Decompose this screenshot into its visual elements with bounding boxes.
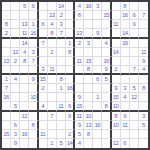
empty-cell-r11c16[interactable] <box>139 93 148 102</box>
given-cell-r10c5[interactable]: 2 <box>39 84 48 93</box>
empty-cell-r2c11[interactable] <box>93 11 102 20</box>
given-cell-r13c6[interactable]: 7 <box>48 112 57 121</box>
empty-cell-r16c11[interactable] <box>93 139 102 148</box>
empty-cell-r8c14[interactable] <box>121 66 130 75</box>
empty-cell-r9c3[interactable] <box>20 75 29 84</box>
empty-cell-r13c4[interactable] <box>29 112 38 121</box>
given-cell-r9c11[interactable]: 6 <box>93 75 102 84</box>
empty-cell-r7c6[interactable] <box>48 57 57 66</box>
given-cell-r4c14[interactable]: 14 <box>121 29 130 38</box>
empty-cell-r4c5[interactable] <box>39 29 48 38</box>
empty-cell-r12c10[interactable] <box>84 102 93 111</box>
empty-cell-r13c1[interactable] <box>2 112 11 121</box>
given-cell-r14c14[interactable]: 11 <box>121 121 130 130</box>
given-cell-r13c10[interactable]: 10 <box>84 112 93 121</box>
empty-cell-r9c14[interactable] <box>121 75 130 84</box>
empty-cell-r16c3[interactable] <box>20 139 29 148</box>
given-cell-r6c6[interactable]: 2 <box>48 48 57 57</box>
given-cell-r2c9[interactable]: 8 <box>75 11 84 20</box>
empty-cell-r4c10[interactable] <box>84 29 93 38</box>
empty-cell-r15c14[interactable] <box>121 130 130 139</box>
empty-cell-r13c15[interactable] <box>130 112 139 121</box>
given-cell-r2c7[interactable]: 2 <box>57 11 66 20</box>
empty-cell-r13c12[interactable] <box>102 112 111 121</box>
given-cell-r8c16[interactable]: 4 <box>139 66 148 75</box>
given-cell-r9c2[interactable]: 4 <box>11 75 20 84</box>
given-cell-r1c11[interactable]: 3 <box>93 2 102 11</box>
given-cell-r16c9[interactable]: 4 <box>75 139 84 148</box>
empty-cell-r1c5[interactable] <box>39 2 48 11</box>
given-cell-r2c15[interactable]: 6 <box>130 11 139 20</box>
empty-cell-r2c4[interactable] <box>29 11 38 20</box>
empty-cell-r12c4[interactable] <box>29 102 38 111</box>
empty-cell-r11c6[interactable] <box>48 93 57 102</box>
given-cell-r5c8[interactable]: 1 <box>66 39 75 48</box>
empty-cell-r14c12[interactable] <box>102 121 111 130</box>
given-cell-r5c12[interactable]: 4 <box>102 39 111 48</box>
given-cell-r4c3[interactable]: 11 <box>20 29 29 38</box>
given-cell-r15c10[interactable]: 8 <box>84 130 93 139</box>
empty-cell-r9c8[interactable] <box>66 75 75 84</box>
empty-cell-r7c14[interactable] <box>121 57 130 66</box>
empty-cell-r3c8[interactable] <box>66 20 75 29</box>
empty-cell-r9c16[interactable] <box>139 75 148 84</box>
given-cell-r7c12[interactable]: 16 <box>102 57 111 66</box>
given-cell-r4c9[interactable]: 13 <box>75 29 84 38</box>
empty-cell-r12c1[interactable] <box>2 102 11 111</box>
empty-cell-r9c13[interactable] <box>112 75 121 84</box>
given-cell-r9c1[interactable]: 1 <box>2 75 11 84</box>
empty-cell-r2c8[interactable] <box>66 11 75 20</box>
empty-cell-r7c11[interactable] <box>93 57 102 66</box>
empty-cell-r9c15[interactable] <box>130 75 139 84</box>
empty-cell-r1c12[interactable] <box>102 2 111 11</box>
empty-cell-r16c15[interactable] <box>130 139 139 148</box>
empty-cell-r4c12[interactable] <box>102 29 111 38</box>
empty-cell-r1c13[interactable] <box>112 2 121 11</box>
given-cell-r13c8[interactable]: 6 <box>66 112 75 121</box>
given-cell-r11c11[interactable]: 1 <box>93 93 102 102</box>
given-cell-r1c4[interactable]: 6 <box>29 2 38 11</box>
empty-cell-r10c3[interactable] <box>20 84 29 93</box>
given-cell-r16c14[interactable]: 6 <box>121 139 130 148</box>
empty-cell-r16c12[interactable] <box>102 139 111 148</box>
given-cell-r8c12[interactable]: 9 <box>102 66 111 75</box>
given-cell-r6c13[interactable]: 14 <box>112 48 121 57</box>
empty-cell-r8c11[interactable] <box>93 66 102 75</box>
empty-cell-r10c9[interactable] <box>75 84 84 93</box>
empty-cell-r4c15[interactable] <box>130 29 139 38</box>
given-cell-r5c10[interactable]: 3 <box>84 39 93 48</box>
given-cell-r13c3[interactable]: 12 <box>20 112 29 121</box>
given-cell-r2c14[interactable]: 16 <box>121 11 130 20</box>
empty-cell-r12c6[interactable] <box>48 102 57 111</box>
empty-cell-r15c6[interactable] <box>48 130 57 139</box>
given-cell-r7c16[interactable]: 9 <box>139 57 148 66</box>
empty-cell-r13c7[interactable] <box>57 112 66 121</box>
empty-cell-r8c4[interactable] <box>29 66 38 75</box>
empty-cell-r2c10[interactable] <box>84 11 93 20</box>
given-cell-r14c11[interactable]: 16 <box>93 121 102 130</box>
given-cell-r3c4[interactable]: 1 <box>29 20 38 29</box>
given-cell-r15c9[interactable]: 5 <box>75 130 84 139</box>
empty-cell-r11c10[interactable] <box>84 93 93 102</box>
empty-cell-r1c8[interactable] <box>66 2 75 11</box>
given-cell-r13c9[interactable]: 11 <box>75 112 84 121</box>
empty-cell-r2c1[interactable] <box>2 11 11 20</box>
empty-cell-r6c5[interactable] <box>39 48 48 57</box>
given-cell-r7c10[interactable]: 15 <box>84 57 93 66</box>
given-cell-r14c4[interactable]: 8 <box>29 121 38 130</box>
empty-cell-r2c2[interactable] <box>11 11 20 20</box>
empty-cell-r11c7[interactable] <box>57 93 66 102</box>
empty-cell-r1c15[interactable] <box>130 2 139 11</box>
empty-cell-r7c7[interactable] <box>57 57 66 66</box>
empty-cell-r9c10[interactable] <box>84 75 93 84</box>
empty-cell-r3c14[interactable] <box>121 20 130 29</box>
given-cell-r10c15[interactable]: 5 <box>130 84 139 93</box>
given-cell-r5c3[interactable]: 14 <box>20 39 29 48</box>
empty-cell-r1c6[interactable] <box>48 2 57 11</box>
empty-cell-r15c16[interactable] <box>139 130 148 139</box>
given-cell-r13c13[interactable]: 8 <box>112 112 121 121</box>
given-cell-r7c4[interactable]: 7 <box>29 57 38 66</box>
given-cell-r9c7[interactable]: 8 <box>57 75 66 84</box>
given-cell-r12c7[interactable]: 11 <box>57 102 66 111</box>
given-cell-r4c4[interactable]: 16 <box>29 29 38 38</box>
empty-cell-r5c2[interactable] <box>11 39 20 48</box>
empty-cell-r12c16[interactable] <box>139 102 148 111</box>
empty-cell-r14c15[interactable] <box>130 121 139 130</box>
given-cell-r7c2[interactable]: 2 <box>11 57 20 66</box>
empty-cell-r15c13[interactable] <box>112 130 121 139</box>
given-cell-r12c8[interactable]: 6 <box>66 102 75 111</box>
given-cell-r15c1[interactable]: 15 <box>2 130 11 139</box>
given-cell-r14c16[interactable]: 5 <box>139 121 148 130</box>
empty-cell-r10c11[interactable] <box>93 84 102 93</box>
empty-cell-r6c11[interactable] <box>93 48 102 57</box>
empty-cell-r5c4[interactable] <box>29 39 38 48</box>
given-cell-r8c10[interactable]: 8 <box>84 66 93 75</box>
given-cell-r15c8[interactable]: 2 <box>66 130 75 139</box>
empty-cell-r14c1[interactable] <box>2 121 11 130</box>
given-cell-r3c13[interactable]: 11 <box>112 20 121 29</box>
given-cell-r2c6[interactable]: 13 <box>48 11 57 20</box>
empty-cell-r2c5[interactable] <box>39 11 48 20</box>
given-cell-r3c6[interactable]: 4 <box>48 20 57 29</box>
empty-cell-r16c10[interactable] <box>84 139 93 148</box>
empty-cell-r6c1[interactable] <box>2 48 11 57</box>
given-cell-r16c7[interactable]: 5 <box>57 139 66 148</box>
given-cell-r7c3[interactable]: 8 <box>20 57 29 66</box>
empty-cell-r15c4[interactable] <box>29 130 38 139</box>
empty-cell-r14c8[interactable] <box>66 121 75 130</box>
empty-cell-r6c10[interactable] <box>84 48 93 57</box>
empty-cell-r4c13[interactable] <box>112 29 121 38</box>
empty-cell-r13c5[interactable] <box>39 112 48 121</box>
given-cell-r12c13[interactable]: 10 <box>112 102 121 111</box>
given-cell-r14c13[interactable]: 10 <box>112 121 121 130</box>
empty-cell-r11c12[interactable] <box>102 93 111 102</box>
given-cell-r4c11[interactable]: 9 <box>93 29 102 38</box>
given-cell-r8c6[interactable]: 11 <box>48 66 57 75</box>
given-cell-r6c8[interactable]: 8 <box>66 48 75 57</box>
empty-cell-r13c11[interactable] <box>93 112 102 121</box>
given-cell-r6c4[interactable]: 3 <box>29 48 38 57</box>
given-cell-r3c15[interactable]: 9 <box>130 20 139 29</box>
given-cell-r8c13[interactable]: 2 <box>112 66 121 75</box>
empty-cell-r8c9[interactable] <box>75 66 84 75</box>
empty-cell-r14c5[interactable] <box>39 121 48 130</box>
given-cell-r1c10[interactable]: 16 <box>84 2 93 11</box>
empty-cell-r15c11[interactable] <box>93 130 102 139</box>
given-cell-r4c1[interactable]: 2 <box>2 29 11 38</box>
given-cell-r15c5[interactable]: 11 <box>39 130 48 139</box>
empty-cell-r8c1[interactable] <box>2 66 11 75</box>
given-cell-r15c2[interactable]: 3 <box>11 130 20 139</box>
given-cell-r11c1[interactable]: 16 <box>2 93 11 102</box>
empty-cell-r15c7[interactable] <box>57 130 66 139</box>
given-cell-r5c5[interactable]: 7 <box>39 39 48 48</box>
empty-cell-r5c1[interactable] <box>2 39 11 48</box>
given-cell-r14c10[interactable]: 13 <box>84 121 93 130</box>
given-cell-r1c3[interactable]: 5 <box>20 2 29 11</box>
empty-cell-r1c16[interactable] <box>139 2 148 11</box>
empty-cell-r3c11[interactable] <box>93 20 102 29</box>
given-cell-r1c7[interactable]: 14 <box>57 2 66 11</box>
empty-cell-r16c1[interactable] <box>2 139 11 148</box>
given-cell-r14c2[interactable]: 6 <box>11 121 20 130</box>
given-cell-r11c9[interactable]: 9 <box>75 93 84 102</box>
given-cell-r15c3[interactable]: 16 <box>20 130 29 139</box>
given-cell-r16c2[interactable]: 9 <box>11 139 20 148</box>
empty-cell-r5c7[interactable] <box>57 39 66 48</box>
empty-cell-r16c4[interactable] <box>29 139 38 148</box>
given-cell-r3c5[interactable]: 6 <box>39 20 48 29</box>
empty-cell-r5c13[interactable] <box>112 39 121 48</box>
empty-cell-r3c2[interactable] <box>11 20 20 29</box>
given-cell-r11c13[interactable]: 15 <box>112 93 121 102</box>
empty-cell-r10c6[interactable] <box>48 84 57 93</box>
given-cell-r12c9[interactable]: 15 <box>75 102 84 111</box>
empty-cell-r5c6[interactable] <box>48 39 57 48</box>
empty-cell-r8c7[interactable] <box>57 66 66 75</box>
empty-cell-r1c2[interactable] <box>11 2 20 11</box>
given-cell-r3c1[interactable]: 8 <box>2 20 11 29</box>
given-cell-r12c12[interactable]: 8 <box>102 102 111 111</box>
given-cell-r7c9[interactable]: 11 <box>75 57 84 66</box>
given-cell-r12c5[interactable]: 4 <box>39 102 48 111</box>
given-cell-r9c12[interactable]: 5 <box>102 75 111 84</box>
empty-cell-r6c15[interactable] <box>130 48 139 57</box>
empty-cell-r15c12[interactable] <box>102 130 111 139</box>
empty-cell-r9c9[interactable] <box>75 75 84 84</box>
empty-cell-r6c7[interactable] <box>57 48 66 57</box>
given-cell-r12c2[interactable]: 5 <box>11 102 20 111</box>
empty-cell-r11c3[interactable] <box>20 93 29 102</box>
given-cell-r6c3[interactable]: 4 <box>20 48 29 57</box>
empty-cell-r7c8[interactable] <box>66 57 75 66</box>
given-cell-r3c3[interactable]: 13 <box>20 20 29 29</box>
empty-cell-r10c4[interactable] <box>29 84 38 93</box>
given-cell-r16c13[interactable]: 12 <box>112 139 121 148</box>
empty-cell-r3c16[interactable] <box>139 20 148 29</box>
given-cell-r1c9[interactable]: 4 <box>75 2 84 11</box>
empty-cell-r6c9[interactable] <box>75 48 84 57</box>
sudoku-board: 5614416381328151667813164311921116871391… <box>0 0 150 150</box>
given-cell-r2c12[interactable]: 15 <box>102 11 111 20</box>
empty-cell-r2c3[interactable] <box>20 11 29 20</box>
empty-cell-r13c2[interactable] <box>11 112 20 121</box>
given-cell-r11c4[interactable]: 10 <box>29 93 38 102</box>
empty-cell-r8c2[interactable] <box>11 66 20 75</box>
empty-cell-r10c10[interactable] <box>84 84 93 93</box>
empty-cell-r4c16[interactable] <box>139 29 148 38</box>
empty-cell-r6c12[interactable] <box>102 48 111 57</box>
given-cell-r11c14[interactable]: 4 <box>121 93 130 102</box>
given-cell-r11c15[interactable]: 12 <box>130 93 139 102</box>
given-cell-r5c14[interactable]: 16 <box>121 39 130 48</box>
given-cell-r16c8[interactable]: 14 <box>66 139 75 148</box>
empty-cell-r15c15[interactable] <box>130 130 139 139</box>
given-cell-r10c14[interactable]: 3 <box>121 84 130 93</box>
empty-cell-r5c15[interactable] <box>130 39 139 48</box>
empty-cell-r9c6[interactable] <box>48 75 57 84</box>
given-cell-r9c4[interactable]: 9 <box>29 75 38 84</box>
empty-cell-r16c5[interactable] <box>39 139 48 148</box>
given-cell-r10c7[interactable]: 1 <box>57 84 66 93</box>
empty-cell-r6c14[interactable] <box>121 48 130 57</box>
empty-cell-r11c5[interactable] <box>39 93 48 102</box>
empty-cell-r8c3[interactable] <box>20 66 29 75</box>
empty-cell-r16c16[interactable] <box>139 139 148 148</box>
given-cell-r14c9[interactable]: 9 <box>75 121 84 130</box>
empty-cell-r11c8[interactable] <box>66 93 75 102</box>
given-cell-r4c7[interactable]: 7 <box>57 29 66 38</box>
empty-cell-r8c8[interactable] <box>66 66 75 75</box>
given-cell-r13c14[interactable]: 9 <box>121 112 130 121</box>
empty-cell-r3c10[interactable] <box>84 20 93 29</box>
empty-cell-r12c11[interactable] <box>93 102 102 111</box>
empty-cell-r4c2[interactable] <box>11 29 20 38</box>
given-cell-r10c1[interactable]: 7 <box>2 84 11 93</box>
empty-cell-r14c3[interactable] <box>20 121 29 130</box>
given-cell-r6c16[interactable]: 11 <box>139 48 148 57</box>
empty-cell-r2c13[interactable] <box>112 11 121 20</box>
given-cell-r16c6[interactable]: 1 <box>48 139 57 148</box>
given-cell-r10c8[interactable]: 16 <box>66 84 75 93</box>
empty-cell-r3c9[interactable] <box>75 20 84 29</box>
given-cell-r1c14[interactable]: 8 <box>121 2 130 11</box>
given-cell-r8c15[interactable]: 7 <box>130 66 139 75</box>
empty-cell-r1c1[interactable] <box>2 2 11 11</box>
empty-cell-r7c13[interactable] <box>112 57 121 66</box>
given-cell-r9c5[interactable]: 15 <box>39 75 48 84</box>
empty-cell-r10c12[interactable] <box>102 84 111 93</box>
empty-cell-r10c2[interactable] <box>11 84 20 93</box>
given-cell-r3c7[interactable]: 3 <box>57 20 66 29</box>
given-cell-r2c16[interactable]: 7 <box>139 11 148 20</box>
empty-cell-r12c3[interactable] <box>20 102 29 111</box>
empty-cell-r3c12[interactable] <box>102 20 111 29</box>
empty-cell-r7c5[interactable] <box>39 57 48 66</box>
given-cell-r4c6[interactable]: 8 <box>48 29 57 38</box>
given-cell-r13c16[interactable]: 3 <box>139 112 148 121</box>
given-cell-r5c9[interactable]: 2 <box>75 39 84 48</box>
empty-cell-r4c8[interactable] <box>66 29 75 38</box>
empty-cell-r5c16[interactable] <box>139 39 148 48</box>
given-cell-r10c13[interactable]: 9 <box>112 84 121 93</box>
empty-cell-r14c7[interactable] <box>57 121 66 130</box>
given-cell-r6c2[interactable]: 12 <box>11 48 20 57</box>
empty-cell-r11c2[interactable] <box>11 93 20 102</box>
given-cell-r8c5[interactable]: 3 <box>39 66 48 75</box>
given-cell-r7c1[interactable]: 13 <box>2 57 11 66</box>
empty-cell-r5c11[interactable] <box>93 39 102 48</box>
empty-cell-r14c6[interactable] <box>48 121 57 130</box>
empty-cell-r12c15[interactable] <box>130 102 139 111</box>
empty-cell-r7c15[interactable] <box>130 57 139 66</box>
given-cell-r10c16[interactable]: 8 <box>139 84 148 93</box>
empty-cell-r12c14[interactable] <box>121 102 130 111</box>
